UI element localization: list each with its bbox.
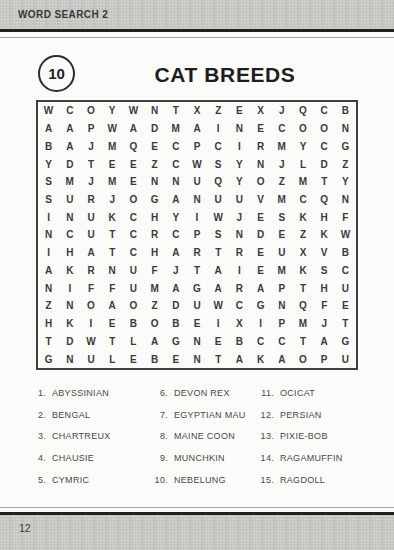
puzzle-number: 10 [48, 65, 65, 82]
grid-cell[interactable]: M [102, 137, 123, 155]
grid-cell[interactable]: V [250, 191, 271, 209]
grid-cell[interactable]: F [314, 297, 335, 315]
grid-cell[interactable]: J [165, 262, 186, 280]
grid-cell[interactable]: I [229, 262, 250, 280]
grid-cell[interactable]: T [102, 226, 123, 244]
word-list-item: 6.DEVON REX [152, 382, 258, 404]
puzzle-number-badge: 10 [38, 55, 75, 92]
grid-cell[interactable]: E [144, 137, 165, 155]
grid-cell[interactable]: A [38, 262, 59, 280]
grid-cell[interactable]: T [165, 102, 186, 120]
grid-cell[interactable]: U [123, 279, 144, 297]
grid-cell[interactable]: A [165, 191, 186, 209]
grid-cell[interactable]: U [335, 279, 356, 297]
grid-cell[interactable]: X [229, 315, 250, 333]
grid-cell[interactable]: N [229, 226, 250, 244]
grid-cell[interactable]: E [102, 155, 123, 173]
grid-cell[interactable]: Z [292, 226, 313, 244]
word-label: ABYSSINIAN [52, 388, 109, 398]
grid-cell[interactable]: G [335, 333, 356, 351]
word-label: OCICAT [280, 388, 315, 398]
word-number: 15. [258, 475, 274, 485]
word-number: 12. [258, 410, 274, 420]
grid-cell[interactable]: Y [229, 155, 250, 173]
grid-cell[interactable]: E [250, 120, 271, 138]
grid-cell[interactable]: I [208, 315, 229, 333]
page-number: 12 [19, 522, 31, 534]
grid-cell[interactable]: C [292, 191, 313, 209]
grid-cell[interactable]: U [271, 244, 292, 262]
grid-cell[interactable]: T [314, 173, 335, 191]
grid-cell[interactable]: N [271, 297, 292, 315]
word-number: 4. [30, 453, 46, 463]
grid-cell[interactable]: Y [102, 102, 123, 120]
grid-cell[interactable]: C [123, 208, 144, 226]
grid-cell[interactable]: G [144, 191, 165, 209]
grid-cell[interactable]: P [186, 226, 207, 244]
grid-cell[interactable]: N [59, 208, 80, 226]
word-list-item: 2.BENGAL [30, 404, 152, 426]
grid-cell[interactable]: N [144, 102, 165, 120]
grid-cell[interactable]: A [208, 279, 229, 297]
word-list-item: 8.MAINE COON [152, 425, 258, 447]
grid-cell[interactable]: B [165, 315, 186, 333]
grid-cell[interactable]: A [165, 244, 186, 262]
grid-cell[interactable]: N [335, 120, 356, 138]
grid-cell[interactable]: M [271, 137, 292, 155]
grid-cell[interactable]: P [186, 137, 207, 155]
grid-cell[interactable]: V [314, 244, 335, 262]
grid-cell[interactable]: K [59, 315, 80, 333]
grid-cell[interactable]: D [314, 155, 335, 173]
word-number: 3. [30, 431, 46, 441]
grid-cell[interactable]: X [186, 102, 207, 120]
grid-cell[interactable]: U [80, 350, 101, 368]
grid-cell[interactable]: I [186, 208, 207, 226]
grid-cell[interactable]: O [292, 350, 313, 368]
word-label: BENGAL [52, 410, 90, 420]
grid-cell[interactable]: O [80, 102, 101, 120]
grid-cell[interactable]: G [38, 350, 59, 368]
grid-cell[interactable]: M [102, 173, 123, 191]
grid-cell[interactable]: M [292, 315, 313, 333]
grid-cell[interactable]: M [271, 191, 292, 209]
grid-cell[interactable]: T [102, 333, 123, 351]
grid-cell[interactable]: Q [292, 102, 313, 120]
grid-cell[interactable]: O [123, 191, 144, 209]
grid-cell[interactable]: J [229, 208, 250, 226]
grid-cell[interactable]: E [229, 102, 250, 120]
grid-cell[interactable]: A [102, 297, 123, 315]
grid-cell[interactable]: W [208, 297, 229, 315]
grid-cell[interactable]: I [250, 315, 271, 333]
grid-cell[interactable]: E [123, 350, 144, 368]
grid-cell[interactable]: C [123, 226, 144, 244]
grid-cell[interactable]: C [229, 297, 250, 315]
word-label: CHARTREUX [52, 431, 111, 441]
grid-cell[interactable]: M [292, 173, 313, 191]
grid-cell[interactable]: C [208, 137, 229, 155]
grid-cell[interactable]: S [38, 191, 59, 209]
grid-cell[interactable]: W [208, 208, 229, 226]
grid-cell[interactable]: C [250, 333, 271, 351]
grid-cell[interactable]: Z [335, 155, 356, 173]
grid-cell[interactable]: O [292, 120, 313, 138]
grid-cell[interactable]: I [229, 137, 250, 155]
grid-cell[interactable]: N [229, 120, 250, 138]
grid-cell[interactable]: E [123, 173, 144, 191]
header-band: WORD SEARCH 2 [0, 0, 394, 29]
grid-cell[interactable]: U [186, 173, 207, 191]
grid-cell[interactable]: J [271, 155, 292, 173]
grid-cell[interactable]: T [292, 333, 313, 351]
grid-cell[interactable]: R [144, 226, 165, 244]
grid-cell[interactable]: I [38, 244, 59, 262]
grid-cell[interactable]: A [80, 244, 101, 262]
grid-cell[interactable]: W [186, 155, 207, 173]
grid-cell[interactable]: T [80, 155, 101, 173]
grid-cell[interactable]: T [208, 350, 229, 368]
word-label: MUNCHKIN [174, 453, 225, 463]
grid-cell[interactable]: A [186, 120, 207, 138]
grid-cell[interactable]: Q [292, 297, 313, 315]
grid-cell[interactable]: Y [38, 155, 59, 173]
grid-cell[interactable]: D [165, 297, 186, 315]
grid-cell[interactable]: A [123, 120, 144, 138]
grid-cell[interactable]: L [102, 350, 123, 368]
word-label: CHAUSIE [52, 453, 94, 463]
puzzle-content: 10 CAT BREEDS WCOYWNTXZEXJQCBAAPWADMAINE… [0, 38, 394, 507]
grid-cell[interactable]: B [335, 244, 356, 262]
grid-cell[interactable]: U [208, 191, 229, 209]
grid-cell[interactable]: C [165, 137, 186, 155]
grid-cell[interactable]: Z [271, 173, 292, 191]
grid-cell[interactable]: N [186, 350, 207, 368]
footer-band: 12 [0, 515, 394, 550]
grid-cell[interactable]: U [186, 297, 207, 315]
word-label: CYMRIC [52, 475, 89, 485]
grid-cell[interactable]: Y [229, 173, 250, 191]
word-number: 1. [30, 388, 46, 398]
grid-cell[interactable]: H [59, 244, 80, 262]
book-title: WORD SEARCH 2 [18, 9, 108, 20]
grid-cell[interactable]: E [123, 155, 144, 173]
word-number: 7. [152, 410, 168, 420]
word-number: 11. [258, 388, 274, 398]
grid-cell[interactable]: D [144, 120, 165, 138]
grid-cell[interactable]: Y [335, 173, 356, 191]
grid-cell[interactable]: H [314, 279, 335, 297]
grid-cell[interactable]: N [59, 350, 80, 368]
word-number: 5. [30, 475, 46, 485]
grid-cell[interactable]: N [186, 191, 207, 209]
grid-cell[interactable]: W [80, 333, 101, 351]
grid-cell[interactable]: R [80, 262, 101, 280]
word-list-item: 7.EGYPTIAN MAU [152, 404, 258, 426]
grid-cell[interactable]: G [250, 297, 271, 315]
grid-cell[interactable]: A [144, 333, 165, 351]
grid-cell[interactable]: J [80, 173, 101, 191]
grid-cell[interactable]: R [250, 137, 271, 155]
grid-cell[interactable]: A [271, 350, 292, 368]
grid-cell[interactable]: C [335, 262, 356, 280]
grid-cell[interactable]: U [335, 350, 356, 368]
grid-cell[interactable]: Y [292, 137, 313, 155]
grid-cell[interactable]: S [271, 208, 292, 226]
grid-cell[interactable]: E [250, 262, 271, 280]
grid-cell[interactable]: T [38, 333, 59, 351]
grid-cell[interactable]: E [335, 297, 356, 315]
grid-cell[interactable]: H [314, 208, 335, 226]
grid-cell[interactable]: C [123, 244, 144, 262]
word-list-item: 1.ABYSSINIAN [30, 382, 152, 404]
grid-cell[interactable]: Z [144, 155, 165, 173]
grid-cell[interactable]: H [144, 244, 165, 262]
grid-cell[interactable]: R [229, 279, 250, 297]
grid-cell[interactable]: H [144, 208, 165, 226]
grid-cell[interactable]: C [271, 120, 292, 138]
grid-cell[interactable]: W [123, 102, 144, 120]
grid-cell[interactable]: C [59, 226, 80, 244]
grid-cell[interactable]: F [80, 279, 101, 297]
word-list-item: 12.PERSIAN [258, 404, 394, 426]
grid-cell[interactable]: I [80, 315, 101, 333]
grid-cell[interactable]: E [271, 226, 292, 244]
grid-cell[interactable]: J [102, 191, 123, 209]
grid-cell[interactable]: K [250, 350, 271, 368]
grid-cell[interactable]: T [186, 262, 207, 280]
grid-cell[interactable]: F [335, 208, 356, 226]
word-number: 2. [30, 410, 46, 420]
grid-cell[interactable]: U [123, 262, 144, 280]
grid-cell[interactable]: Z [38, 297, 59, 315]
grid-cell[interactable]: B [144, 350, 165, 368]
grid-cell[interactable]: S [208, 226, 229, 244]
grid-cell[interactable]: L [292, 155, 313, 173]
grid-cell[interactable]: N [59, 297, 80, 315]
grid-cell[interactable]: N [250, 155, 271, 173]
grid-cell[interactable]: G [165, 333, 186, 351]
word-number: 8. [152, 431, 168, 441]
grid-cell[interactable]: W [335, 226, 356, 244]
word-list-item: 5.CYMRIC [30, 469, 152, 491]
grid-cell[interactable]: K [59, 262, 80, 280]
grid-cell[interactable]: O [314, 120, 335, 138]
word-list-item: 4.CHAUSIE [30, 447, 152, 469]
grid-cell[interactable]: A [250, 279, 271, 297]
grid-cell[interactable]: N [38, 279, 59, 297]
grid-cell[interactable]: E [208, 333, 229, 351]
word-label: MAINE COON [174, 431, 235, 441]
grid-cell[interactable]: S [314, 262, 335, 280]
word-list-item: 3.CHARTREUX [30, 425, 152, 447]
grid-cell[interactable]: E [250, 244, 271, 262]
word-list: 1.ABYSSINIAN2.BENGAL3.CHARTREUX4.CHAUSIE… [30, 382, 394, 490]
grid-cell[interactable]: J [80, 137, 101, 155]
word-number: 10. [152, 475, 168, 485]
grid-cell[interactable]: A [229, 350, 250, 368]
grid-cell[interactable]: T [208, 244, 229, 262]
grid-cell[interactable]: N [165, 173, 186, 191]
grid-cell[interactable]: B [123, 315, 144, 333]
grid-cell[interactable]: R [229, 244, 250, 262]
word-label: PIXIE-BOB [280, 431, 328, 441]
puzzle-page: WORD SEARCH 2 10 CAT BREEDS WCOYWNTXZEXJ… [0, 0, 394, 550]
grid-cell[interactable]: T [102, 244, 123, 262]
word-label: RAGAMUFFIN [280, 453, 343, 463]
grid-cell[interactable]: J [271, 102, 292, 120]
grid-cell[interactable]: C [314, 102, 335, 120]
grid-cell[interactable]: X [250, 102, 271, 120]
word-list-item: 10.NEBELUNG [152, 469, 258, 491]
word-number: 9. [152, 453, 168, 463]
grid-cell[interactable]: C [165, 155, 186, 173]
grid-cell[interactable]: C [271, 333, 292, 351]
grid-cell[interactable]: P [271, 279, 292, 297]
grid-cell[interactable]: F [102, 279, 123, 297]
grid-cell[interactable]: T [335, 315, 356, 333]
grid-cell[interactable]: O [80, 297, 101, 315]
grid-cell[interactable]: E [102, 315, 123, 333]
grid-cell[interactable]: C [314, 137, 335, 155]
word-label: PERSIAN [280, 410, 322, 420]
grid-cell[interactable]: W [102, 120, 123, 138]
grid-cell[interactable]: N [102, 262, 123, 280]
grid-cell[interactable]: O [250, 173, 271, 191]
word-search-grid: WCOYWNTXZEXJQCBAAPWADMAINECOONBAJMQECPCI… [36, 100, 358, 370]
grid-cell[interactable]: D [59, 333, 80, 351]
grid-cell[interactable]: O [123, 297, 144, 315]
grid-cell[interactable]: G [335, 137, 356, 155]
grid-cell[interactable]: K [292, 208, 313, 226]
grid-cell[interactable]: A [208, 262, 229, 280]
grid-cell[interactable]: P [271, 315, 292, 333]
word-list-item: 9.MUNCHKIN [152, 447, 258, 469]
grid-cell[interactable]: S [38, 173, 59, 191]
grid-cell[interactable]: E [186, 315, 207, 333]
grid-cell[interactable]: B [335, 102, 356, 120]
grid-cell[interactable]: Q [208, 173, 229, 191]
grid-cell[interactable]: R [80, 191, 101, 209]
grid-cell[interactable]: P [80, 120, 101, 138]
grid-cell[interactable]: M [59, 173, 80, 191]
grid-cell[interactable]: N [38, 226, 59, 244]
grid-cell[interactable]: P [314, 350, 335, 368]
grid-cell[interactable]: F [144, 262, 165, 280]
word-label: DEVON REX [174, 388, 230, 398]
grid-cell[interactable]: Y [165, 208, 186, 226]
grid-cell[interactable]: M [165, 120, 186, 138]
grid-cell[interactable]: Q [314, 191, 335, 209]
grid-cell[interactable]: A [165, 279, 186, 297]
grid-cell[interactable]: L [123, 333, 144, 351]
grid-cell[interactable]: Z [144, 297, 165, 315]
grid-cell[interactable]: I [59, 279, 80, 297]
grid-cell[interactable]: U [80, 226, 101, 244]
grid-cell[interactable]: S [208, 155, 229, 173]
grid-cell[interactable]: N [144, 173, 165, 191]
grid-cell[interactable]: K [292, 262, 313, 280]
word-list-item: 14.RAGAMUFFIN [258, 447, 394, 469]
grid-cell[interactable]: K [102, 208, 123, 226]
grid-cell[interactable]: W [38, 102, 59, 120]
grid-cell[interactable]: I [208, 120, 229, 138]
grid-cell[interactable]: R [186, 244, 207, 262]
grid-cell[interactable]: A [38, 120, 59, 138]
word-number: 6. [152, 388, 168, 398]
grid-cell[interactable]: D [59, 155, 80, 173]
grid-cell[interactable]: C [59, 102, 80, 120]
grid-cell[interactable]: X [292, 244, 313, 262]
word-number: 14. [258, 453, 274, 463]
grid-cell[interactable]: M [144, 279, 165, 297]
word-list-item: 15.RAGDOLL [258, 469, 394, 491]
word-label: RAGDOLL [280, 475, 325, 485]
grid-cell[interactable]: A [59, 137, 80, 155]
grid-cell[interactable]: I [38, 208, 59, 226]
title-row: 10 CAT BREEDS [0, 55, 394, 99]
word-number: 13. [258, 431, 274, 441]
grid-cell[interactable]: Z [208, 102, 229, 120]
grid-cell[interactable]: E [250, 208, 271, 226]
grid-cell[interactable]: N [335, 191, 356, 209]
grid-cell[interactable]: A [314, 333, 335, 351]
grid-cell[interactable]: B [38, 137, 59, 155]
grid-cell[interactable]: U [80, 208, 101, 226]
word-list-item: 11.OCICAT [258, 382, 394, 404]
grid-cell[interactable]: M [271, 262, 292, 280]
grid-cell[interactable]: E [165, 350, 186, 368]
grid-cell[interactable]: A [59, 120, 80, 138]
word-label: EGYPTIAN MAU [174, 410, 246, 420]
grid-cell[interactable]: G [186, 279, 207, 297]
grid-cell[interactable]: D [250, 226, 271, 244]
grid-cell[interactable]: N [186, 333, 207, 351]
grid-cell[interactable]: T [292, 279, 313, 297]
word-list-item: 13.PIXIE-BOB [258, 425, 394, 447]
grid-cell[interactable]: K [314, 226, 335, 244]
grid-cell[interactable]: U [229, 191, 250, 209]
word-label: NEBELUNG [174, 475, 226, 485]
grid-cell[interactable]: B [229, 333, 250, 351]
grid-cell[interactable]: J [314, 315, 335, 333]
grid-cell[interactable]: C [165, 226, 186, 244]
grid-cell[interactable]: Q [123, 137, 144, 155]
grid-cell[interactable]: O [144, 315, 165, 333]
grid-cell[interactable]: U [59, 191, 80, 209]
grid-cell[interactable]: H [38, 315, 59, 333]
